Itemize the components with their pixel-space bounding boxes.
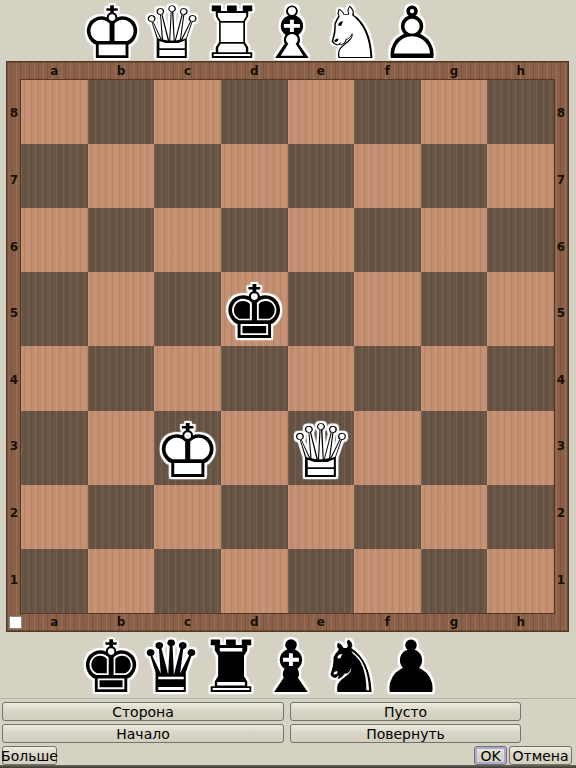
rank-label-1: 1 — [7, 546, 21, 613]
file-labels-top: abcdefgh — [21, 62, 554, 80]
rotate-button[interactable]: Повернуть — [290, 724, 521, 743]
square-h7[interactable] — [487, 144, 554, 208]
palette-white-rook[interactable]: ♜♖ — [202, 0, 262, 62]
black-pawn: ♟♙ — [379, 631, 444, 703]
square-f5[interactable] — [354, 272, 421, 346]
rank-label-7: 7 — [554, 147, 568, 214]
file-label-a: a — [21, 613, 88, 631]
square-d5[interactable]: ♚♔ — [221, 272, 288, 346]
square-g5[interactable] — [421, 272, 488, 346]
square-a4[interactable] — [21, 346, 88, 410]
square-a3[interactable] — [21, 411, 88, 485]
black-bishop: ♝♗ — [259, 631, 324, 703]
square-h6[interactable] — [487, 208, 554, 272]
square-e8[interactable] — [288, 80, 355, 144]
ok-button[interactable]: OK — [474, 746, 507, 765]
square-d3[interactable] — [221, 411, 288, 485]
square-f1[interactable] — [354, 549, 421, 613]
rank-label-4: 4 — [554, 347, 568, 414]
rank-label-2: 2 — [554, 480, 568, 547]
square-b3[interactable] — [88, 411, 155, 485]
rank-label-1: 1 — [554, 546, 568, 613]
rank-label-4: 4 — [7, 347, 21, 414]
empty-button[interactable]: Пусто — [290, 702, 521, 721]
square-c8[interactable] — [154, 80, 221, 144]
rank-label-5: 5 — [7, 280, 21, 347]
square-d8[interactable] — [221, 80, 288, 144]
rank-labels-left: 87654321 — [7, 80, 21, 613]
rank-label-6: 6 — [7, 213, 21, 280]
square-b1[interactable] — [88, 549, 155, 613]
white-king[interactable]: ♚♔ — [154, 414, 220, 488]
file-label-d: d — [221, 62, 288, 80]
square-e3[interactable]: ♛♕ — [288, 411, 355, 485]
palette-white-bishop[interactable]: ♝♗ — [262, 0, 322, 62]
square-c7[interactable] — [154, 144, 221, 208]
chess-board: abcdefgh abcdefgh 87654321 87654321 ♚♔♚♔… — [7, 62, 568, 631]
rank-label-2: 2 — [7, 480, 21, 547]
palette-black-rook[interactable]: ♜♖ — [201, 631, 261, 699]
black-queen: ♛♕ — [139, 631, 204, 703]
white-queen[interactable]: ♛♕ — [288, 414, 354, 488]
palette-black-king[interactable]: ♚♔ — [81, 631, 141, 699]
square-b5[interactable] — [88, 272, 155, 346]
square-h5[interactable] — [487, 272, 554, 346]
square-g4[interactable] — [421, 346, 488, 410]
square-e2[interactable] — [288, 485, 355, 549]
square-c4[interactable] — [154, 346, 221, 410]
black-knight: ♞♘ — [319, 631, 384, 703]
square-e7[interactable] — [288, 144, 355, 208]
side-button[interactable]: Сторона — [2, 702, 284, 721]
rank-label-7: 7 — [7, 147, 21, 214]
square-c1[interactable] — [154, 549, 221, 613]
more-button[interactable]: Больше — [2, 746, 57, 765]
white-rook: ♜♖ — [200, 0, 265, 69]
square-g7[interactable] — [421, 144, 488, 208]
white-knight: ♞♘ — [320, 0, 385, 69]
rank-labels-right: 87654321 — [554, 80, 568, 613]
square-d4[interactable] — [221, 346, 288, 410]
square-a1[interactable] — [21, 549, 88, 613]
palette-black-knight[interactable]: ♞♘ — [321, 631, 381, 699]
palette-black-queen[interactable]: ♛♕ — [141, 631, 201, 699]
file-label-h: h — [487, 613, 554, 631]
file-label-c: c — [154, 62, 221, 80]
square-c3[interactable]: ♚♔ — [154, 411, 221, 485]
square-a7[interactable] — [21, 144, 88, 208]
square-e1[interactable] — [288, 549, 355, 613]
palette-white-pawn[interactable]: ♟♙ — [382, 0, 442, 62]
side-to-move-indicator — [9, 616, 22, 629]
square-h3[interactable] — [487, 411, 554, 485]
file-label-b: b — [88, 62, 155, 80]
square-d6[interactable] — [221, 208, 288, 272]
square-g6[interactable] — [421, 208, 488, 272]
cancel-button[interactable]: Отмена — [509, 746, 572, 765]
square-f2[interactable] — [354, 485, 421, 549]
white-king: ♚♔ — [80, 0, 145, 69]
position-editor-screen: ♚♔♛♕♜♖♝♗♞♘♟♙ abcdefgh abcdefgh 87654321 … — [0, 0, 576, 768]
square-g2[interactable] — [421, 485, 488, 549]
square-a2[interactable] — [21, 485, 88, 549]
square-f8[interactable] — [354, 80, 421, 144]
square-h1[interactable] — [487, 549, 554, 613]
black-king: ♚♔ — [79, 631, 144, 703]
file-label-f: f — [354, 62, 421, 80]
palette-black-pawn[interactable]: ♟♙ — [381, 631, 441, 699]
square-g8[interactable] — [421, 80, 488, 144]
square-d2[interactable] — [221, 485, 288, 549]
white-bishop: ♝♗ — [260, 0, 325, 69]
square-d1[interactable] — [221, 549, 288, 613]
square-a5[interactable] — [21, 272, 88, 346]
square-a6[interactable] — [21, 208, 88, 272]
palette-black-bishop[interactable]: ♝♗ — [261, 631, 321, 699]
square-e4[interactable] — [288, 346, 355, 410]
square-f6[interactable] — [354, 208, 421, 272]
square-f4[interactable] — [354, 346, 421, 410]
rank-label-3: 3 — [554, 413, 568, 480]
rank-label-8: 8 — [554, 80, 568, 147]
square-f3[interactable] — [354, 411, 421, 485]
file-label-g: g — [421, 62, 488, 80]
square-e5[interactable] — [288, 272, 355, 346]
panel-divider — [0, 698, 576, 699]
square-f7[interactable] — [354, 144, 421, 208]
square-c2[interactable] — [154, 485, 221, 549]
file-label-e: e — [288, 62, 355, 80]
black-king[interactable]: ♚♔ — [221, 275, 287, 349]
black-piece-palette: ♚♔♛♕♜♖♝♗♞♘♟♙ — [81, 631, 441, 699]
white-piece-palette: ♚♔♛♕♜♖♝♗♞♘♟♙ — [82, 0, 442, 62]
palette-white-knight[interactable]: ♞♘ — [322, 0, 382, 62]
square-e6[interactable] — [288, 208, 355, 272]
square-a8[interactable] — [21, 80, 88, 144]
board-grid: ♚♔♚♔♛♕ — [21, 80, 554, 613]
file-label-a: a — [21, 62, 88, 80]
white-pawn: ♟♙ — [380, 0, 445, 69]
rank-label-6: 6 — [554, 213, 568, 280]
rank-label-3: 3 — [7, 413, 21, 480]
square-c6[interactable] — [154, 208, 221, 272]
rank-label-8: 8 — [7, 80, 21, 147]
start-button[interactable]: Начало — [2, 724, 284, 743]
square-b2[interactable] — [88, 485, 155, 549]
square-h8[interactable] — [487, 80, 554, 144]
square-g1[interactable] — [421, 549, 488, 613]
palette-white-king[interactable]: ♚♔ — [82, 0, 142, 62]
rank-label-5: 5 — [554, 280, 568, 347]
file-label-h: h — [487, 62, 554, 80]
square-b7[interactable] — [88, 144, 155, 208]
square-b6[interactable] — [88, 208, 155, 272]
square-h4[interactable] — [487, 346, 554, 410]
square-c5[interactable] — [154, 272, 221, 346]
square-b4[interactable] — [88, 346, 155, 410]
white-queen: ♛♕ — [140, 0, 205, 69]
square-d7[interactable] — [221, 144, 288, 208]
black-rook: ♜♖ — [199, 631, 264, 703]
square-g3[interactable] — [421, 411, 488, 485]
square-b8[interactable] — [88, 80, 155, 144]
palette-white-queen[interactable]: ♛♕ — [142, 0, 202, 62]
square-h2[interactable] — [487, 485, 554, 549]
